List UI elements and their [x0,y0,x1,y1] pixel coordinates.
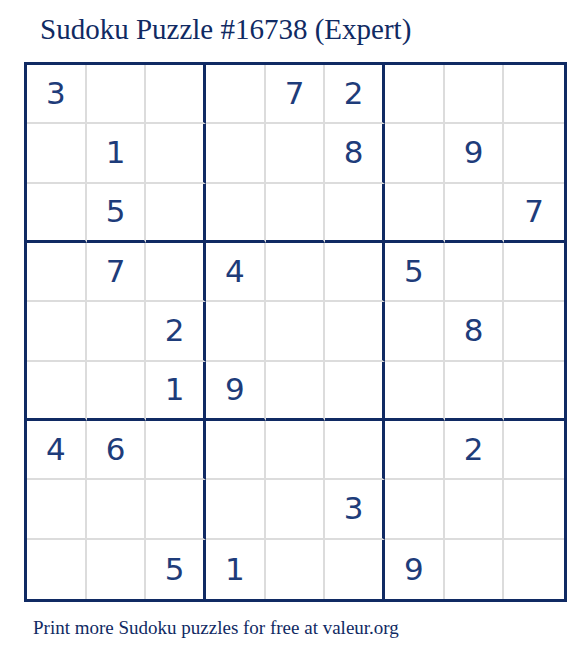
cell-r2c2: 1 [87,124,147,183]
cell-r1c1: 3 [27,65,87,124]
cell-r1c4 [206,65,266,124]
cell-r6c9 [504,362,564,421]
cell-r9c1 [27,540,87,599]
cell-r5c2 [87,302,147,361]
cell-r8c9 [504,480,564,539]
cell-r7c7 [385,421,445,480]
cell-r2c7 [385,124,445,183]
cell-r5c4 [206,302,266,361]
cell-r6c1 [27,362,87,421]
cell-r5c7 [385,302,445,361]
cell-r9c2 [87,540,147,599]
cell-r2c1 [27,124,87,183]
cell-r7c6 [325,421,385,480]
cell-r8c7 [385,480,445,539]
cell-r3c7 [385,184,445,243]
cell-r4c1 [27,243,87,302]
cell-r3c4 [206,184,266,243]
cell-r4c7: 5 [385,243,445,302]
cell-r1c2 [87,65,147,124]
cell-r8c1 [27,480,87,539]
cell-r9c8 [445,540,505,599]
cell-r8c8 [445,480,505,539]
cell-r1c8 [445,65,505,124]
cell-r9c6 [325,540,385,599]
cell-r3c5 [266,184,326,243]
cell-r2c8: 9 [445,124,505,183]
cell-r3c8 [445,184,505,243]
cell-r2c5 [266,124,326,183]
cell-r8c6: 3 [325,480,385,539]
cell-r4c6 [325,243,385,302]
cell-r6c5 [266,362,326,421]
cell-r7c1: 4 [27,421,87,480]
cell-r4c2: 7 [87,243,147,302]
cell-r6c3: 1 [146,362,206,421]
cell-r1c3 [146,65,206,124]
cell-r9c5 [266,540,326,599]
cell-r6c4: 9 [206,362,266,421]
cell-r3c1 [27,184,87,243]
cell-r3c9: 7 [504,184,564,243]
cell-r5c1 [27,302,87,361]
cell-r5c5 [266,302,326,361]
cell-r4c3 [146,243,206,302]
cell-r7c9 [504,421,564,480]
cell-r7c5 [266,421,326,480]
cell-r4c8 [445,243,505,302]
cell-r9c3: 5 [146,540,206,599]
cell-r6c6 [325,362,385,421]
cell-r7c4 [206,421,266,480]
cell-r3c6 [325,184,385,243]
cell-r5c3: 2 [146,302,206,361]
cell-r2c4 [206,124,266,183]
sudoku-page: Sudoku Puzzle #16738 (Expert) 3721895774… [0,0,580,651]
cell-r8c2 [87,480,147,539]
sudoku-board: 3721895774528194623519 [24,62,567,602]
cell-r3c3 [146,184,206,243]
cell-r9c9 [504,540,564,599]
cell-r3c2: 5 [87,184,147,243]
cell-r8c3 [146,480,206,539]
cell-r2c9 [504,124,564,183]
cell-r2c6: 8 [325,124,385,183]
cell-r8c5 [266,480,326,539]
cell-r6c7 [385,362,445,421]
cell-r7c2: 6 [87,421,147,480]
cell-r1c7 [385,65,445,124]
cell-r9c4: 1 [206,540,266,599]
cell-r2c3 [146,124,206,183]
cell-r7c3 [146,421,206,480]
cell-r5c9 [504,302,564,361]
cell-r1c5: 7 [266,65,326,124]
page-title: Sudoku Puzzle #16738 (Expert) [40,13,411,46]
cell-r4c9 [504,243,564,302]
cell-r1c9 [504,65,564,124]
footer-text: Print more Sudoku puzzles for free at va… [33,617,399,639]
cell-r1c6: 2 [325,65,385,124]
cell-r6c2 [87,362,147,421]
cell-r7c8: 2 [445,421,505,480]
cell-r5c8: 8 [445,302,505,361]
cell-r8c4 [206,480,266,539]
cell-r9c7: 9 [385,540,445,599]
cell-r4c4: 4 [206,243,266,302]
cell-r6c8 [445,362,505,421]
cell-r4c5 [266,243,326,302]
cell-r5c6 [325,302,385,361]
